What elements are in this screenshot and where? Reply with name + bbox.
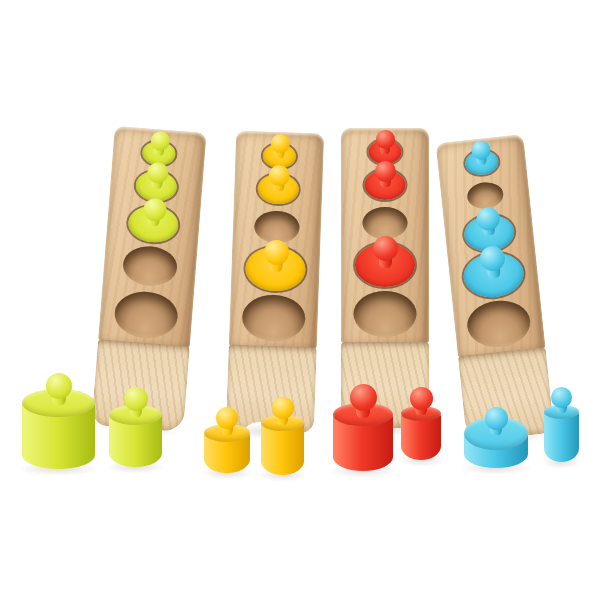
cylinder-block-red bbox=[341, 128, 429, 428]
cylinder-knob-icon bbox=[485, 407, 508, 430]
socket-hole bbox=[363, 207, 408, 239]
cylinder-knob-icon bbox=[268, 165, 290, 187]
cylinder-knob-icon bbox=[216, 407, 238, 429]
cylinder-knob-icon bbox=[551, 387, 572, 408]
socket-hole bbox=[354, 291, 417, 337]
cylinder-body bbox=[544, 412, 579, 462]
socket-hole bbox=[465, 298, 532, 350]
loose-cylinder-yellow-small bbox=[261, 397, 304, 475]
socket-hole bbox=[113, 289, 179, 340]
cylinder-knob-icon bbox=[124, 387, 148, 411]
loose-cylinder-blue-tall bbox=[544, 387, 579, 462]
cylinder-knob-icon bbox=[272, 397, 294, 419]
block-top-surface bbox=[341, 128, 429, 343]
cylinder-knob-icon bbox=[263, 240, 289, 266]
cylinder-block-blue bbox=[436, 134, 555, 442]
socket-hole bbox=[254, 210, 300, 244]
loose-cylinder-red-medium bbox=[401, 387, 441, 460]
cylinder-knob-icon bbox=[373, 236, 398, 261]
cylinder-knob-icon bbox=[46, 373, 72, 399]
loose-cylinder-red-large bbox=[333, 384, 393, 471]
cylinder-knob-icon bbox=[410, 387, 433, 410]
block-top-surface bbox=[98, 126, 207, 348]
socket-hole bbox=[241, 294, 306, 342]
loose-cylinder-green-large bbox=[22, 373, 95, 469]
cylinder-knob-icon bbox=[376, 130, 395, 149]
socket-hole bbox=[466, 181, 505, 211]
loose-cylinder-green-medium bbox=[109, 387, 162, 467]
cylinder-knob-icon bbox=[270, 134, 290, 154]
block-top-surface bbox=[436, 134, 546, 357]
loose-cylinder-blue-wide bbox=[464, 407, 528, 468]
scene bbox=[0, 0, 600, 600]
socket-hole bbox=[122, 244, 179, 287]
block-top-surface bbox=[229, 131, 324, 349]
cylinder-block-yellow bbox=[226, 131, 324, 434]
cylinder-knob-icon bbox=[375, 161, 396, 182]
loose-cylinder-yellow-tiny bbox=[204, 407, 250, 473]
cylinder-knob-icon bbox=[350, 384, 377, 411]
